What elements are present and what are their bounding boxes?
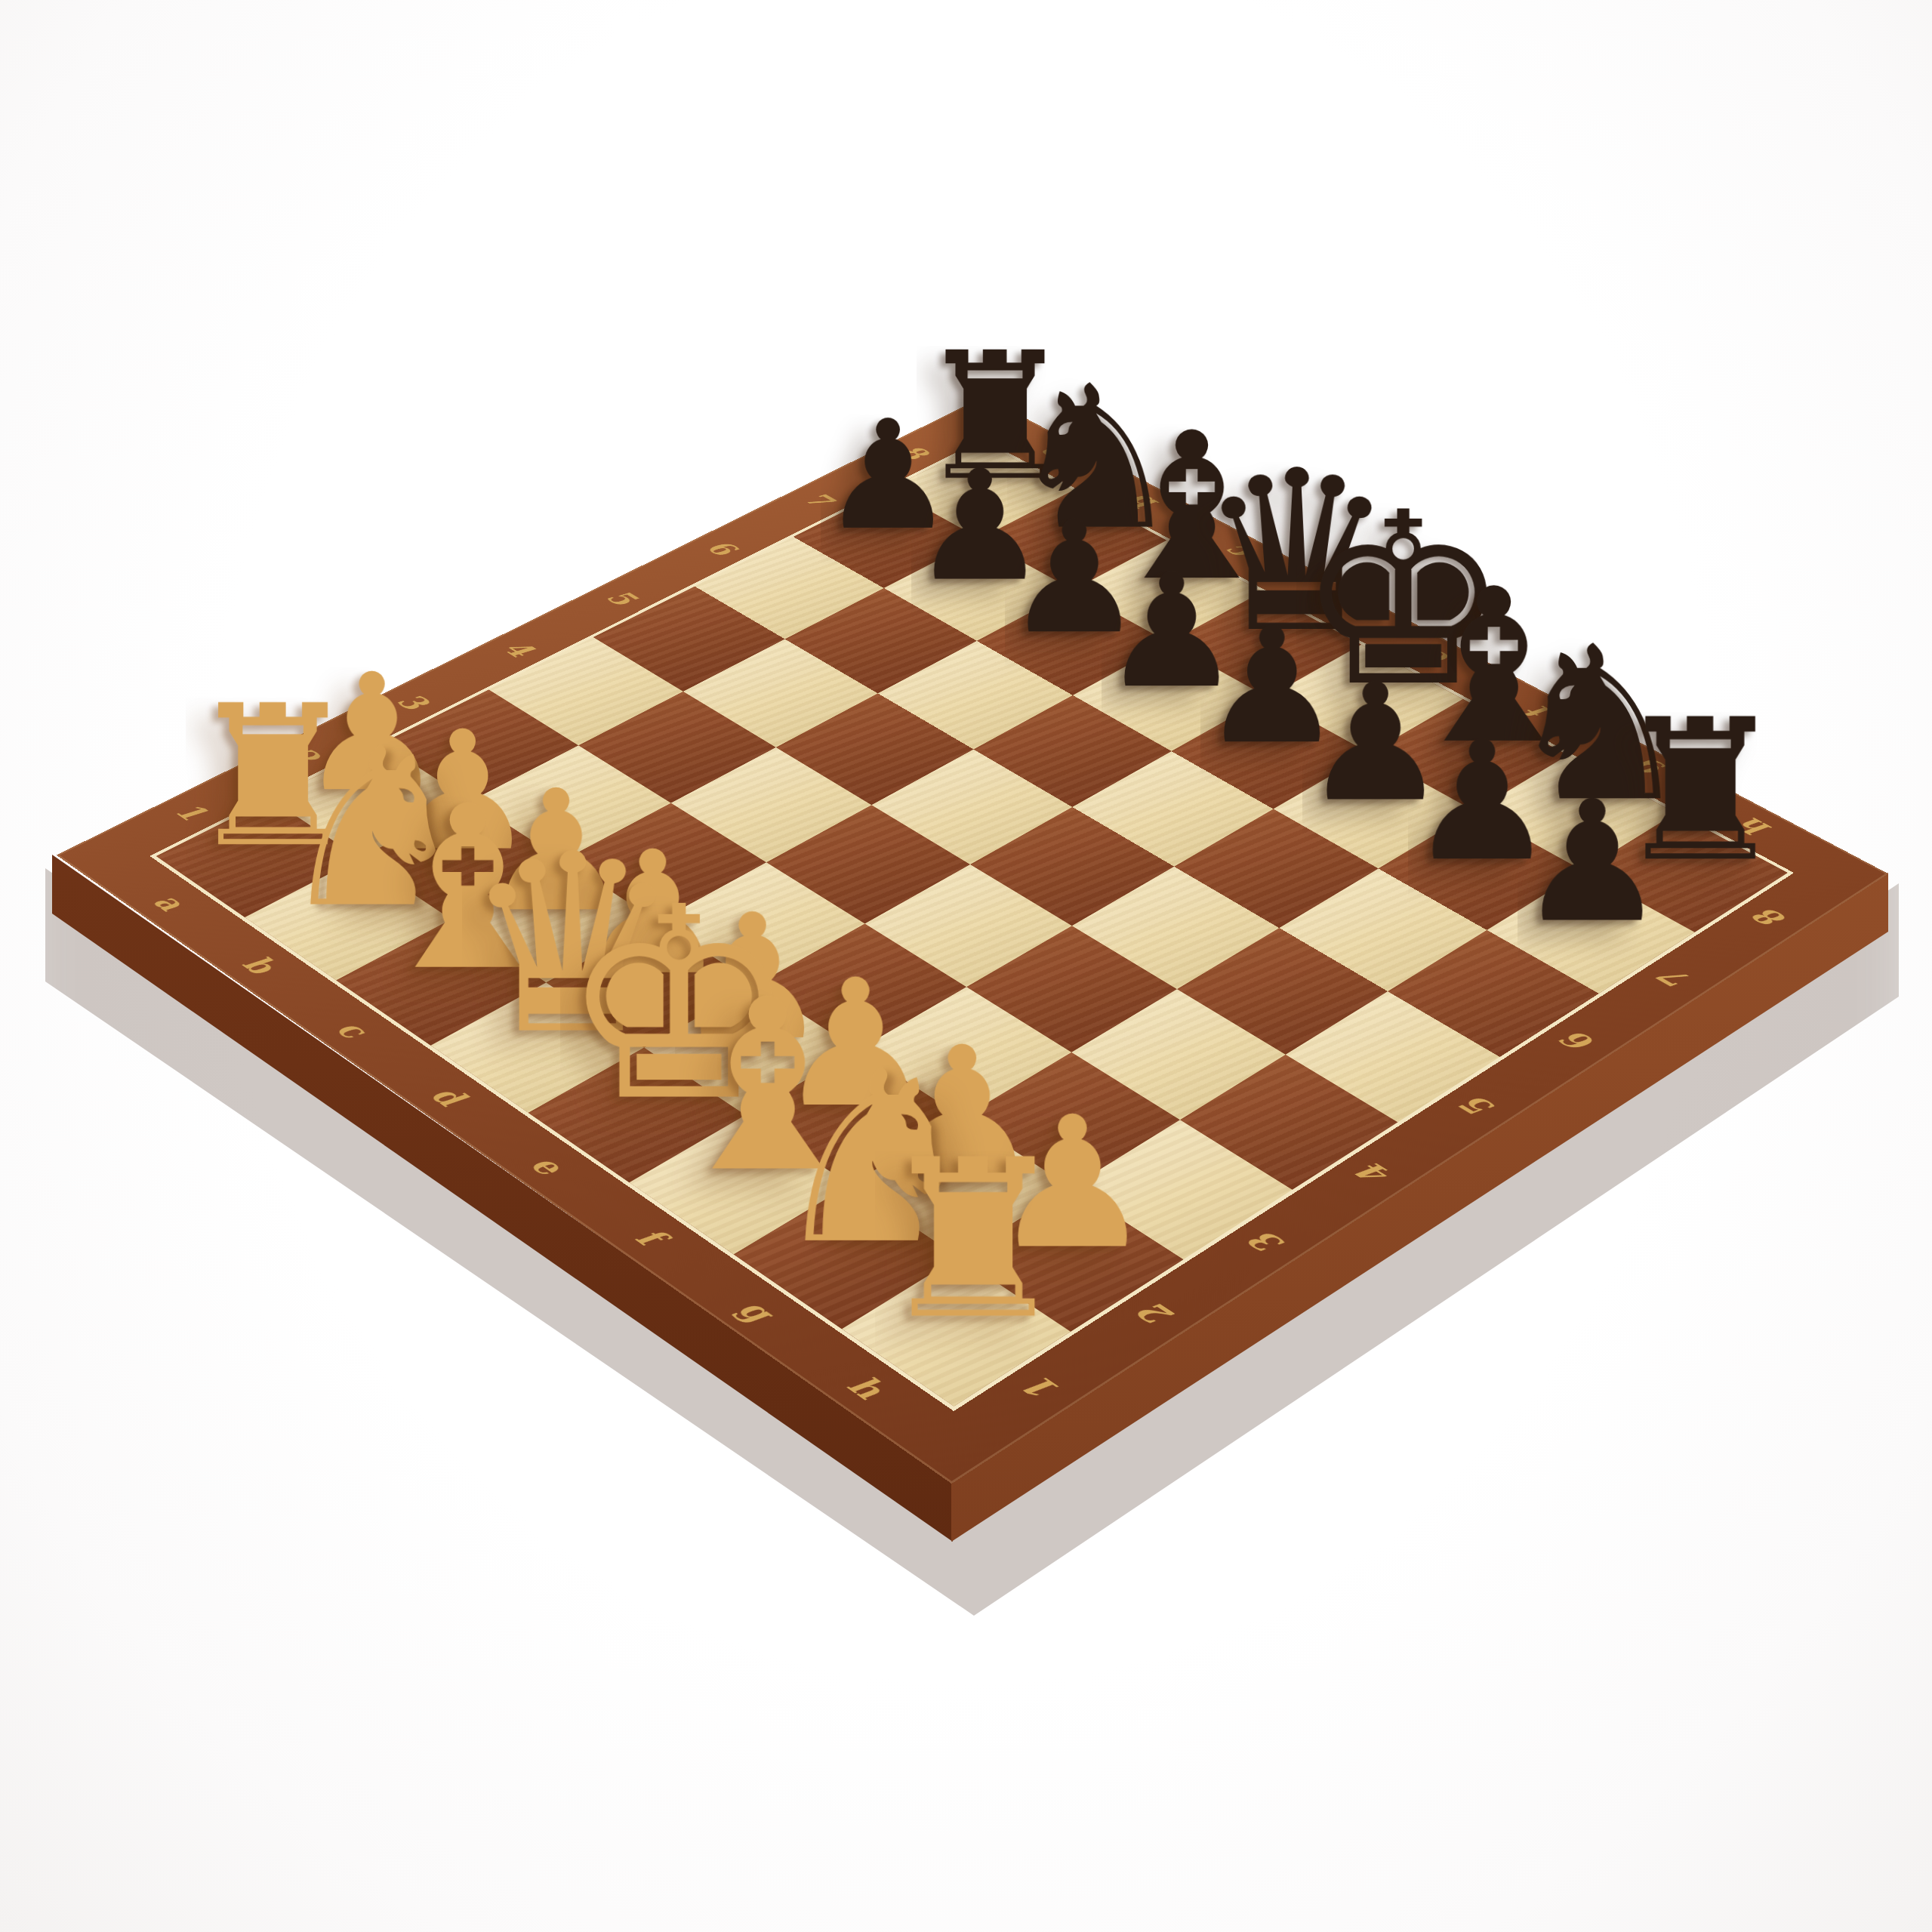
white-rook-icon: ♜ (875, 1151, 1071, 1330)
board-grid: ♜♞♝♛♚♝♞♜♟♟♟♟♟♟♟♟♟♟♟♟♟♟♟♟♜♞♝♛♚♝♞♜ (150, 439, 1795, 1411)
black-pawn-icon: ♟ (1518, 793, 1668, 931)
piece-black-pawn-h7[interactable]: ♟ (1518, 793, 1664, 931)
chess-board: 87654321 87654321 abcdefgh abcdefgh ♜♞♝♛… (57, 396, 1888, 1484)
piece-white-rook-h1[interactable]: ♜ (875, 1151, 1037, 1330)
scene-background: 87654321 87654321 abcdefgh abcdefgh ♜♞♝♛… (0, 0, 1932, 1932)
